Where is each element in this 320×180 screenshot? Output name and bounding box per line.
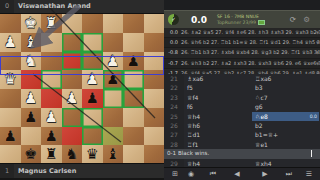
white-piece: ♟ (103, 52, 124, 71)
square[interactable]: ♝ (103, 145, 124, 164)
step-forward-icon[interactable]: ▶ (258, 168, 272, 180)
square[interactable] (144, 70, 165, 89)
square[interactable] (103, 14, 124, 33)
chess-analysis-app: 0 Viswanathan Anand ♚♜♟♝♞♟♟♛♟♟♟♟♟♟♟♟♟♚♜♞… (0, 0, 320, 180)
white-piece: ♞ (21, 52, 42, 71)
engine-eval: 0.0 (191, 15, 207, 25)
square[interactable] (144, 33, 165, 52)
square[interactable] (103, 127, 124, 146)
white-move[interactable]: ♕h4 (184, 112, 252, 121)
menu-icon[interactable]: ☰ (302, 168, 316, 180)
white-move[interactable]: ♕h6 (184, 121, 252, 130)
board-icon[interactable]: ⊞ (168, 168, 182, 180)
square[interactable]: ♟ (41, 108, 62, 127)
square[interactable] (103, 33, 124, 52)
black-piece: ♟ (82, 89, 103, 108)
square[interactable]: ♞ (62, 145, 83, 164)
square[interactable]: ♟ (82, 89, 103, 108)
square[interactable] (62, 108, 83, 127)
move-number: 25 (164, 112, 184, 121)
square[interactable] (0, 14, 21, 33)
square[interactable] (21, 70, 42, 89)
square[interactable] (0, 145, 21, 164)
black-move[interactable]: ♕e1 (252, 140, 319, 149)
square[interactable] (0, 89, 21, 108)
engine-name: SF 16 · 7MB NNUE TopRunner 23/99 (217, 14, 265, 25)
white-move[interactable]: ♕f4 (184, 93, 252, 102)
square[interactable] (41, 33, 62, 52)
top-player-bar: 0 Viswanathan Anand (0, 0, 164, 14)
black-move[interactable]: b1=♕+ (252, 130, 319, 139)
white-piece: ♟ (21, 89, 42, 108)
black-piece: ♟ (41, 127, 62, 146)
square[interactable]: ♟ (103, 52, 124, 71)
black-move[interactable]: g6 (252, 102, 319, 111)
engine-line-moves: 26. ♕h6 b2 27. ♖b1 b1=♕ 28. ♖f1 ♕d1 29. … (178, 38, 320, 47)
engine-line-moves: 26. ♗a2 ♕a5 27. ♕f4 ♗e6 28. ♗h3 ♗xh3 29.… (178, 28, 320, 37)
bottom-player-bar: 1 Magnus Carlsen (0, 163, 164, 178)
expand-icon[interactable]: ▼ (316, 28, 319, 37)
engine-toggle[interactable]: ✓ (168, 14, 179, 25)
move-number: 23 (164, 93, 184, 102)
square[interactable] (144, 89, 165, 108)
engine-settings-gear-icon[interactable]: ⚙ (303, 15, 310, 24)
square[interactable]: ♞ (21, 52, 42, 71)
bottom-player-name: Magnus Carlsen (14, 164, 76, 178)
expand-icon[interactable]: ▼ (316, 48, 319, 57)
battery-icon (258, 20, 265, 25)
move-number: 27 (164, 130, 184, 139)
text-cursor (311, 150, 312, 157)
square[interactable] (41, 89, 62, 108)
square[interactable] (0, 52, 21, 71)
black-piece: ♜ (41, 145, 62, 164)
move-number: 22 (164, 83, 184, 92)
square[interactable] (62, 33, 83, 52)
notation-row: 28♖f1♕e1 (164, 140, 320, 149)
square[interactable] (82, 52, 103, 71)
square[interactable] (103, 89, 124, 108)
square[interactable]: ♟ (82, 70, 103, 89)
black-move[interactable]: b2 (252, 121, 319, 130)
engine-line[interactable]: 0.026. ♗a2 ♕a5 27. ♕f4 ♗e6 28. ♗h3 ♗xh3 … (164, 28, 320, 38)
game-result: 0-1 Black wins. (164, 149, 320, 158)
square[interactable]: ♜ (41, 145, 62, 164)
black-move[interactable]: ♘c7 (252, 93, 319, 102)
skip-to-end-icon[interactable]: ⏭ (282, 168, 296, 180)
engine-line[interactable]: -0.826. ♖b1 b3 27. ♗xb4 ♕xb4 28. ♕g3 b2 … (164, 48, 320, 58)
top-player-name: Viswanathan Anand (14, 0, 91, 13)
analysis-pane: ✓ 0.0 SF 16 · 7MB NNUE TopRunner 23/99 ⟳… (164, 0, 320, 180)
black-piece: ♝ (103, 145, 124, 164)
square[interactable] (123, 33, 144, 52)
black-move[interactable]: b3 (252, 83, 319, 92)
square[interactable] (144, 145, 165, 164)
white-move[interactable]: f5 (184, 83, 252, 92)
square[interactable]: ♟ (0, 33, 21, 52)
black-piece: ♟ (103, 70, 124, 89)
notation-table: 21♗xa6♖xa622f5b323♕f4♘c724f6g625♕h4♘e80.… (164, 74, 320, 167)
black-move[interactable]: ♖xa6 (252, 74, 319, 83)
black-piece: ♞ (62, 145, 83, 164)
white-piece: ♟ (0, 33, 21, 52)
top-player-score: 0 (0, 0, 14, 13)
notation-row: 23♕f4♘c7 (164, 93, 320, 102)
white-piece: ♟ (62, 89, 83, 108)
square[interactable] (144, 14, 165, 33)
notation-row: 27♖d1b1=♕+ (164, 130, 320, 139)
square[interactable] (103, 108, 124, 127)
engine-refresh-icon[interactable]: ⟳ (290, 15, 296, 24)
square[interactable] (41, 52, 62, 71)
white-piece: ♝ (21, 33, 42, 52)
move-number: 21 (164, 74, 184, 83)
engine-line-eval: 0.0 (164, 38, 178, 47)
black-piece: ♟ (123, 52, 144, 71)
notation-row: 22f5b3 (164, 83, 320, 92)
white-piece: ♛ (0, 70, 21, 89)
engine-line-moves: 26. ♖b1 b3 27. ♗xb4 ♕xb4 28. ♕g3 b2 29. … (178, 48, 320, 57)
square[interactable] (123, 145, 144, 164)
engine-line-moves: 26. ♕h3 b2 27. ♗a2 ♗xh3 28. ♕xh3 ♕b6 29.… (178, 59, 320, 68)
white-move[interactable]: ♖f1 (184, 140, 252, 149)
engine-name-line2: TopRunner 23/99 (217, 20, 265, 25)
square[interactable] (123, 127, 144, 146)
square[interactable]: ♟ (62, 89, 83, 108)
skip-to-start-icon[interactable]: ⏮ (206, 168, 220, 180)
move-number: 26 (164, 121, 184, 130)
square[interactable] (62, 14, 83, 33)
square[interactable]: ♟ (103, 70, 124, 89)
square[interactable]: ♚ (21, 14, 42, 33)
engine-icon[interactable]: ◉ (184, 168, 198, 180)
chess-board[interactable]: ♚♜♟♝♞♟♟♛♟♟♟♟♟♟♟♟♟♚♜♞♛♝ (0, 14, 164, 164)
square[interactable]: ♛ (82, 145, 103, 164)
square[interactable]: ♟ (21, 108, 42, 127)
square[interactable] (62, 52, 83, 71)
square[interactable] (123, 14, 144, 33)
square[interactable] (144, 127, 165, 146)
bottom-player-score: 1 (0, 164, 14, 178)
white-piece: ♟ (41, 108, 62, 127)
square[interactable] (144, 52, 165, 71)
square[interactable]: ♟ (123, 52, 144, 71)
engine-line[interactable]: 0.026. ♕h6 b2 27. ♖b1 b1=♕ 28. ♖f1 ♕d1 2… (164, 38, 320, 48)
square[interactable] (41, 70, 62, 89)
square[interactable]: ♟ (41, 127, 62, 146)
square[interactable] (0, 108, 21, 127)
engine-header: ✓ 0.0 SF 16 · 7MB NNUE TopRunner 23/99 ⟳… (164, 10, 320, 29)
engine-line-eval: 0.0 (164, 28, 178, 37)
engine-line[interactable]: -0.726. ♕h3 b2 27. ♗a2 ♗xh3 28. ♕xh3 ♕b6… (164, 59, 320, 69)
square[interactable] (82, 127, 103, 146)
square[interactable] (82, 33, 103, 52)
white-move[interactable]: ♗xa6 (184, 74, 252, 83)
notation-row: 25♕h4♘e80.0 (164, 112, 320, 121)
square[interactable] (123, 89, 144, 108)
square[interactable] (62, 70, 83, 89)
square[interactable]: ♜ (41, 14, 62, 33)
notation-row: 24f6g6 (164, 102, 320, 111)
square[interactable]: ♟ (0, 127, 21, 146)
engine-variation-list: 0.026. ♗a2 ♕a5 27. ♕f4 ♗e6 28. ♗h3 ♗xh3 … (164, 28, 320, 74)
square[interactable] (123, 70, 144, 89)
step-back-icon[interactable]: ◀ (230, 168, 244, 180)
move-number: 24 (164, 102, 184, 111)
black-piece: ♛ (82, 145, 103, 164)
square[interactable] (21, 127, 42, 146)
square[interactable] (82, 108, 103, 127)
white-move[interactable]: f6 (184, 102, 252, 111)
square[interactable]: ♟ (21, 89, 42, 108)
square[interactable]: ♚ (21, 145, 42, 164)
notation-row: 26♕h6b2 (164, 121, 320, 130)
white-piece: ♚ (21, 14, 42, 33)
white-piece: ♜ (41, 14, 62, 33)
black-piece: ♟ (21, 108, 42, 127)
square[interactable]: ♛ (0, 70, 21, 89)
move-number: 28 (164, 140, 184, 149)
square[interactable] (123, 108, 144, 127)
black-piece: ♚ (21, 145, 42, 164)
white-move[interactable]: ♖d1 (184, 130, 252, 139)
expand-icon[interactable]: ▼ (316, 59, 319, 68)
square[interactable]: ♝ (21, 33, 42, 52)
bottom-toolbar: ⊞◉⏮◀▶⏭☰ (164, 167, 320, 180)
square[interactable] (62, 127, 83, 146)
board-pane: 0 Viswanathan Anand ♚♜♟♝♞♟♟♛♟♟♟♟♟♟♟♟♟♚♜♞… (0, 0, 164, 180)
move-eval: 0.0 (310, 112, 317, 121)
notation-row: 21♗xa6♖xa6 (164, 74, 320, 83)
expand-icon[interactable]: ▼ (316, 38, 319, 47)
white-piece: ♟ (82, 70, 103, 89)
square[interactable] (82, 14, 103, 33)
square[interactable] (144, 108, 165, 127)
engine-line-eval: -0.8 (164, 48, 178, 57)
black-move[interactable]: ♘e80.0 (252, 112, 319, 121)
black-piece: ♟ (0, 127, 21, 146)
engine-line-eval: -0.7 (164, 59, 178, 68)
